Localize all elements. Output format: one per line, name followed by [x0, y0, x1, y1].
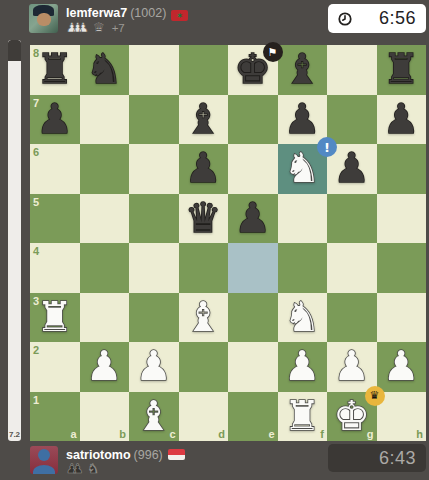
square-g7[interactable] — [327, 95, 377, 145]
square-h4[interactable] — [377, 243, 427, 293]
chess-app: lemferwa7(1002)✶ ♟♟♟ ♛ +7 6:56 7.2 8♜♞♚♝… — [0, 0, 429, 480]
chess-board[interactable]: 8♜♞♚♝♜7♟♝♟♟6♟♞♟5♛♟43♜♝♞2♟♟♟♟♟1abc♝def♜g♚… — [30, 45, 426, 441]
square-f1[interactable]: f♜ — [278, 392, 328, 442]
black-pawn-g6[interactable]: ♟ — [333, 144, 370, 193]
square-f8[interactable]: ♝ — [278, 45, 328, 95]
square-g2[interactable]: ♟ — [327, 342, 377, 392]
captured-black-knight-icon: ♞ — [87, 461, 99, 476]
top-player-name-line[interactable]: lemferwa7(1002)✶ — [66, 6, 188, 21]
top-player-username: lemferwa7 — [66, 6, 127, 20]
square-b8[interactable]: ♞ — [80, 45, 130, 95]
file-label-b: b — [119, 428, 126, 440]
square-h5[interactable] — [377, 194, 427, 244]
square-e5[interactable]: ♟ — [228, 194, 278, 244]
square-d2[interactable] — [179, 342, 229, 392]
square-a2[interactable]: 2 — [30, 342, 80, 392]
black-bishop-d7[interactable]: ♝ — [185, 95, 222, 144]
square-d1[interactable]: d — [179, 392, 229, 442]
square-b6[interactable] — [80, 144, 130, 194]
square-a8[interactable]: 8♜ — [30, 45, 80, 95]
rank-label-4: 4 — [33, 245, 39, 257]
square-f4[interactable] — [278, 243, 328, 293]
white-bishop-d3[interactable]: ♝ — [185, 293, 222, 342]
square-a5[interactable]: 5 — [30, 194, 80, 244]
square-c3[interactable] — [129, 293, 179, 343]
black-pawn-e5[interactable]: ♟ — [234, 194, 271, 243]
square-d6[interactable]: ♟ — [179, 144, 229, 194]
square-a1[interactable]: 1a — [30, 392, 80, 442]
file-label-f: f — [320, 428, 324, 440]
black-queen-d5[interactable]: ♛ — [185, 194, 222, 243]
black-pawn-d6[interactable]: ♟ — [185, 144, 222, 193]
square-e2[interactable] — [228, 342, 278, 392]
square-f7[interactable]: ♟ — [278, 95, 328, 145]
square-b7[interactable] — [80, 95, 130, 145]
square-h2[interactable]: ♟ — [377, 342, 427, 392]
square-a4[interactable]: 4 — [30, 243, 80, 293]
black-bishop-f8[interactable]: ♝ — [284, 45, 321, 94]
eval-black-segment — [8, 40, 21, 61]
square-c1[interactable]: c♝ — [129, 392, 179, 442]
square-d7[interactable]: ♝ — [179, 95, 229, 145]
square-b4[interactable] — [80, 243, 130, 293]
square-g5[interactable] — [327, 194, 377, 244]
square-d4[interactable] — [179, 243, 229, 293]
bottom-player-avatar[interactable] — [30, 446, 58, 474]
great-move-badge: ! — [317, 137, 337, 157]
evaluation-bar: 7.2 — [8, 40, 21, 441]
rank-label-1: 1 — [33, 394, 39, 406]
square-d8[interactable] — [179, 45, 229, 95]
square-h3[interactable] — [377, 293, 427, 343]
square-a3[interactable]: 3♜ — [30, 293, 80, 343]
captured-white-queen-icon: ♛ — [93, 20, 105, 35]
square-g4[interactable] — [327, 243, 377, 293]
file-label-a: a — [70, 428, 76, 440]
black-knight-b8[interactable]: ♞ — [86, 45, 123, 94]
square-h8[interactable]: ♜ — [377, 45, 427, 95]
captured-black-pawns-icon: ♟♟ — [66, 461, 83, 476]
rank-label-6: 6 — [33, 146, 39, 158]
indonesia-flag-icon — [168, 449, 185, 460]
captured-white-pawns-icon: ♟♟♟ — [66, 20, 89, 35]
square-e6[interactable] — [228, 144, 278, 194]
bottom-player-clock: 6:43 — [328, 444, 426, 472]
bottom-clock-time: 6:43 — [328, 448, 426, 469]
rank-label-2: 2 — [33, 344, 39, 356]
clock-icon — [337, 11, 353, 27]
file-label-h: h — [416, 428, 423, 440]
white-pawn-g2[interactable]: ♟ — [333, 342, 370, 391]
white-rook-f1[interactable]: ♜ — [284, 392, 321, 441]
square-c7[interactable] — [129, 95, 179, 145]
square-a6[interactable]: 6 — [30, 144, 80, 194]
square-f5[interactable] — [278, 194, 328, 244]
square-d3[interactable]: ♝ — [179, 293, 229, 343]
square-a7[interactable]: 7♟ — [30, 95, 80, 145]
eval-score: 7.2 — [8, 430, 21, 439]
square-g3[interactable] — [327, 293, 377, 343]
material-advantage: +7 — [112, 22, 125, 34]
square-b3[interactable] — [80, 293, 130, 343]
square-h7[interactable]: ♟ — [377, 95, 427, 145]
black-rook-h8[interactable]: ♜ — [383, 45, 420, 94]
top-player-avatar[interactable] — [29, 4, 58, 33]
bottom-player-name-line[interactable]: satriotomo(996) — [66, 448, 185, 462]
morocco-flag-icon: ✶ — [171, 10, 188, 21]
white-rook-a3[interactable]: ♜ — [36, 293, 73, 342]
black-pawn-h7[interactable]: ♟ — [383, 95, 420, 144]
square-d5[interactable]: ♛ — [179, 194, 229, 244]
square-f2[interactable]: ♟ — [278, 342, 328, 392]
square-e4[interactable] — [228, 243, 278, 293]
top-player-clock: 6:56 — [328, 4, 426, 33]
square-f3[interactable]: ♞ — [278, 293, 328, 343]
white-pawn-c2[interactable]: ♟ — [135, 342, 172, 391]
white-pawn-h2[interactable]: ♟ — [383, 342, 420, 391]
square-e3[interactable] — [228, 293, 278, 343]
white-pawn-f2[interactable]: ♟ — [284, 342, 321, 391]
bottom-captured-pieces: ♟♟ ♞ — [66, 461, 99, 476]
top-clock-time: 6:56 — [353, 8, 426, 29]
square-c5[interactable] — [129, 194, 179, 244]
file-label-d: d — [218, 428, 225, 440]
white-pawn-b2[interactable]: ♟ — [86, 342, 123, 391]
black-pawn-f7[interactable]: ♟ — [284, 95, 321, 144]
square-h6[interactable] — [377, 144, 427, 194]
resign-flag-badge: ⚑ — [263, 42, 283, 62]
square-c4[interactable] — [129, 243, 179, 293]
rank-label-5: 5 — [33, 196, 39, 208]
square-e7[interactable] — [228, 95, 278, 145]
square-c2[interactable]: ♟ — [129, 342, 179, 392]
black-pawn-a7[interactable]: ♟ — [36, 95, 73, 144]
square-b2[interactable]: ♟ — [80, 342, 130, 392]
square-g8[interactable] — [327, 45, 377, 95]
square-c8[interactable] — [129, 45, 179, 95]
bottom-player-username: satriotomo — [66, 448, 131, 462]
white-bishop-c1[interactable]: ♝ — [135, 392, 172, 441]
bottom-player-rating: (996) — [134, 448, 163, 462]
square-b1[interactable]: b — [80, 392, 130, 442]
winner-crown-badge: ♛ — [365, 386, 385, 406]
square-b5[interactable] — [80, 194, 130, 244]
top-player-rating: (1002) — [130, 6, 166, 20]
square-c6[interactable] — [129, 144, 179, 194]
black-rook-a8[interactable]: ♜ — [36, 45, 73, 94]
square-e1[interactable]: e — [228, 392, 278, 442]
file-label-e: e — [268, 428, 274, 440]
top-captured-pieces: ♟♟♟ ♛ +7 — [66, 20, 125, 35]
white-knight-f6[interactable]: ♞ — [284, 144, 321, 193]
white-knight-f3[interactable]: ♞ — [284, 293, 321, 342]
